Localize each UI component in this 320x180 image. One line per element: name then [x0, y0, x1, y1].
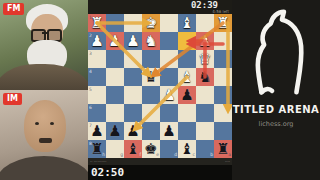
file-label: b: [210, 152, 213, 157]
square-h8[interactable]: 8h♜: [88, 140, 106, 158]
square-d7[interactable]: ♟: [160, 122, 178, 140]
white-rook[interactable]: ♜: [90, 14, 103, 32]
player-mustache: [39, 138, 52, 143]
file-label: e: [156, 152, 159, 157]
square-e8[interactable]: e♚: [142, 140, 160, 158]
player-rating-text: ····: [225, 158, 230, 165]
square-a4[interactable]: [214, 68, 232, 86]
square-g1[interactable]: [106, 14, 124, 32]
square-c8[interactable]: c♝: [178, 140, 196, 158]
webcam-player-white: FM: [0, 0, 88, 90]
square-g4[interactable]: [106, 68, 124, 86]
square-a1[interactable]: ♜: [214, 14, 232, 32]
square-c5[interactable]: ♟: [178, 86, 196, 104]
black-queen[interactable]: ♛: [144, 68, 157, 86]
square-b8[interactable]: b: [196, 140, 214, 158]
file-label: h: [102, 152, 105, 157]
rank-label: 7: [89, 123, 92, 128]
square-e4[interactable]: ♛: [142, 68, 160, 86]
black-pawn[interactable]: ♟: [108, 122, 121, 140]
square-b1[interactable]: [196, 14, 214, 32]
stream-thumbnail: FM IM 02:39 4:56 left 1♜♚♝♜2♟♟♟♞♟3♛4♛♝♞5…: [0, 0, 320, 180]
square-f1[interactable]: [124, 14, 142, 32]
square-g8[interactable]: g: [106, 140, 124, 158]
square-h2[interactable]: 2♟: [88, 32, 106, 50]
rank-label: 3: [89, 51, 92, 56]
square-g7[interactable]: ♟: [106, 122, 124, 140]
file-label: c: [193, 152, 195, 157]
rank-label: 8: [89, 141, 92, 146]
black-knight[interactable]: ♞: [198, 68, 211, 86]
square-e5[interactable]: [142, 86, 160, 104]
square-a8[interactable]: a♜: [214, 140, 232, 158]
square-e3[interactable]: [142, 50, 160, 68]
square-g6[interactable]: [106, 104, 124, 122]
white-queen[interactable]: ♛: [198, 50, 211, 68]
file-label: f: [139, 152, 141, 157]
square-c3[interactable]: [178, 50, 196, 68]
white-king[interactable]: ♚: [144, 14, 157, 32]
glasses-icon: [42, 32, 48, 34]
player-jacket: [0, 64, 88, 90]
square-f7[interactable]: ♟: [124, 122, 142, 140]
white-rook[interactable]: ♜: [216, 14, 229, 32]
square-b4[interactable]: ♞: [196, 68, 214, 86]
player-shoulders: [0, 156, 88, 180]
square-f4[interactable]: [124, 68, 142, 86]
square-f6[interactable]: [124, 104, 142, 122]
top-clock-bar: 02:39 4:56 left: [88, 0, 232, 14]
square-a7[interactable]: [214, 122, 232, 140]
white-bishop[interactable]: ♝: [180, 14, 193, 32]
black-bishop[interactable]: ♝: [126, 140, 139, 158]
player-head: [24, 100, 66, 152]
square-c6[interactable]: [178, 104, 196, 122]
chess-board[interactable]: 1♜♚♝♜2♟♟♟♞♟3♛4♛♝♞5♟♟67♟♟♟♟8h♜gf♝e♚dc♝ba♜: [88, 14, 232, 158]
square-d1[interactable]: [160, 14, 178, 32]
file-label: d: [174, 152, 177, 157]
rank-label: 1: [89, 15, 92, 20]
white-pawn[interactable]: ♟: [108, 32, 121, 50]
square-g3[interactable]: [106, 50, 124, 68]
square-b5[interactable]: [196, 86, 214, 104]
white-pawn[interactable]: ♟: [162, 86, 175, 104]
black-pawn[interactable]: ♟: [180, 86, 193, 104]
square-b6[interactable]: [196, 104, 214, 122]
square-b7[interactable]: [196, 122, 214, 140]
clock-black: 02:50: [88, 165, 232, 180]
title-badge-im: IM: [3, 93, 22, 105]
square-e1[interactable]: ♚: [142, 14, 160, 32]
square-a2[interactable]: [214, 32, 232, 50]
white-pawn[interactable]: ♟: [90, 32, 103, 50]
square-h4[interactable]: 4: [88, 68, 106, 86]
square-d5[interactable]: ♟: [160, 86, 178, 104]
square-e2[interactable]: ♞: [142, 32, 160, 50]
square-d2[interactable]: [160, 32, 178, 50]
square-f3[interactable]: [124, 50, 142, 68]
title-badge-fm: FM: [3, 3, 24, 15]
square-f2[interactable]: ♟: [124, 32, 142, 50]
square-d6[interactable]: [160, 104, 178, 122]
square-h5[interactable]: 5: [88, 86, 106, 104]
square-g5[interactable]: [106, 86, 124, 104]
square-a6[interactable]: [214, 104, 232, 122]
square-c7[interactable]: [178, 122, 196, 140]
player-eye: [35, 122, 39, 125]
black-pawn[interactable]: ♟: [126, 122, 139, 140]
event-site-link[interactable]: lichess.org: [259, 120, 294, 128]
square-b2[interactable]: ♟: [196, 32, 214, 50]
event-panel: TITLED ARENA lichess.org: [232, 0, 320, 180]
rank-label: 2: [89, 33, 92, 38]
white-bishop[interactable]: ♝: [180, 68, 193, 86]
square-f5[interactable]: [124, 86, 142, 104]
square-h6[interactable]: 6: [88, 104, 106, 122]
white-knight[interactable]: ♞: [144, 32, 157, 50]
player-name-text: ·· ··········: [90, 158, 107, 165]
board-column: 02:39 4:56 left 1♜♚♝♜2♟♟♟♞♟3♛4♛♝♞5♟♟67♟♟…: [88, 0, 232, 180]
bottom-info-bar: ·· ·········· ····: [88, 158, 232, 165]
square-b3[interactable]: ♛: [196, 50, 214, 68]
webcam-player-black: IM: [0, 90, 88, 180]
square-e7[interactable]: [142, 122, 160, 140]
square-h1[interactable]: 1♜: [88, 14, 106, 32]
square-d8[interactable]: d: [160, 140, 178, 158]
square-e6[interactable]: [142, 104, 160, 122]
event-title: TITLED ARENA: [233, 104, 320, 115]
square-f8[interactable]: f♝: [124, 140, 142, 158]
player-eye: [50, 122, 54, 125]
square-d4[interactable]: [160, 68, 178, 86]
black-pawn[interactable]: ♟: [90, 122, 103, 140]
white-pawn[interactable]: ♟: [126, 32, 139, 50]
square-h3[interactable]: 3: [88, 50, 106, 68]
rank-label: 5: [89, 87, 92, 92]
black-pawn[interactable]: ♟: [162, 122, 175, 140]
white-pawn[interactable]: ♟: [198, 32, 211, 50]
file-label: g: [120, 152, 123, 157]
square-a5[interactable]: [214, 86, 232, 104]
file-label: a: [228, 152, 231, 157]
square-c2[interactable]: [178, 32, 196, 50]
square-c1[interactable]: ♝: [178, 14, 196, 32]
lichess-knight-icon: [243, 6, 309, 102]
square-c4[interactable]: ♝: [178, 68, 196, 86]
square-d3[interactable]: [160, 50, 178, 68]
rank-label: 6: [89, 105, 92, 110]
square-a3[interactable]: [214, 50, 232, 68]
square-h7[interactable]: 7♟: [88, 122, 106, 140]
rank-label: 4: [89, 69, 92, 74]
square-g2[interactable]: ♟: [106, 32, 124, 50]
